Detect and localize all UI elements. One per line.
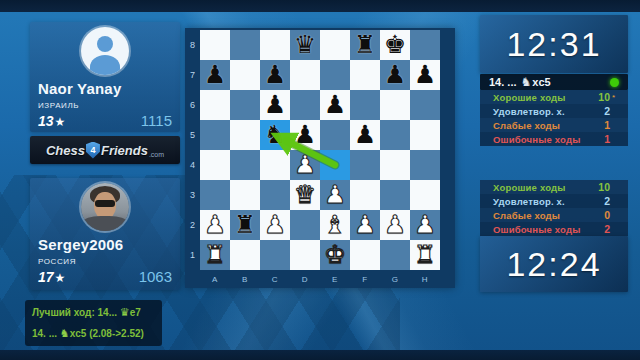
square-c8[interactable] xyxy=(260,30,290,60)
player-card-bottom: Sergey2006 РОССИЯ 17 ★ 1063 xyxy=(30,178,180,290)
square-f7[interactable] xyxy=(350,60,380,90)
square-b4[interactable] xyxy=(230,150,260,180)
player-name-top: Naor Yanay xyxy=(38,80,121,97)
square-d3[interactable]: ♛ xyxy=(290,180,320,210)
square-f4[interactable] xyxy=(350,150,380,180)
piece-white-pawn: ♟ xyxy=(354,210,376,240)
clock-panel-top: 12:31 xyxy=(480,15,628,73)
asterisk-mark: * xyxy=(612,93,618,102)
top-bar xyxy=(0,0,640,12)
logo-word-chess: Chess xyxy=(46,143,85,158)
piece-white-bishop: ♝ xyxy=(324,210,346,240)
square-f8[interactable]: ♜ xyxy=(350,30,380,60)
stat-row-mistakes: Ошибочные ходы2 xyxy=(480,222,628,236)
piece-white-rook: ♜ xyxy=(414,240,436,270)
square-h3[interactable] xyxy=(410,180,440,210)
square-a5[interactable] xyxy=(200,120,230,150)
square-d8[interactable]: ♛ xyxy=(290,30,320,60)
avatar-silhouette-body xyxy=(90,55,120,75)
piece-black-pawn: ♟ xyxy=(294,120,316,150)
rank-label-5: 5 xyxy=(185,120,200,150)
star-icon: ★ xyxy=(55,271,66,285)
shield-icon: 4 xyxy=(86,142,100,159)
piece-black-pawn: ♟ xyxy=(384,60,406,90)
logo-suffix: .com xyxy=(149,151,164,158)
rank-label-7: 7 xyxy=(185,60,200,90)
square-a1[interactable]: ♜ xyxy=(200,240,230,270)
avatar-top-player[interactable] xyxy=(81,27,129,75)
rank-label-6: 6 xyxy=(185,90,200,120)
square-h6[interactable] xyxy=(410,90,440,120)
square-a7[interactable]: ♟ xyxy=(200,60,230,90)
chess-board: 87654321 ♛♜♚♟♟♟♟♟♟♞♟♟♟♛♟♟♜♟♝♟♟♟♜♚♜ ABCDE… xyxy=(185,28,455,288)
star-icon: ★ xyxy=(55,115,66,129)
piece-white-rook: ♜ xyxy=(204,240,226,270)
square-g5[interactable] xyxy=(380,120,410,150)
square-e6[interactable]: ♟ xyxy=(320,90,350,120)
player-level-top: 13 xyxy=(38,113,54,129)
player-rating-bottom: 1063 xyxy=(139,268,172,285)
player-level-bottom: 17 xyxy=(38,269,54,285)
square-d1[interactable] xyxy=(290,240,320,270)
file-label-b: B xyxy=(230,272,260,286)
square-a4[interactable] xyxy=(200,150,230,180)
piece-white-pawn: ♟ xyxy=(324,180,346,210)
square-h4[interactable] xyxy=(410,150,440,180)
logo-word-friends: Friends xyxy=(101,143,148,158)
square-a3[interactable] xyxy=(200,180,230,210)
piece-black-pawn: ♟ xyxy=(354,120,376,150)
square-g3[interactable] xyxy=(380,180,410,210)
analysis-panel: Лучший ход: 14... ♛e7 14. ... ♞xc5 (2.08… xyxy=(25,300,162,346)
square-e5[interactable] xyxy=(320,120,350,150)
piece-black-pawn: ♟ xyxy=(414,60,436,90)
stats-panel-bottom: Хорошие ходы10 Удовлетвор. х.2 Слабые хо… xyxy=(480,180,628,236)
file-label-c: C xyxy=(260,272,290,286)
rank-label-1: 1 xyxy=(185,240,200,270)
rank-label-2: 2 xyxy=(185,210,200,240)
rank-label-8: 8 xyxy=(185,30,200,60)
square-h8[interactable] xyxy=(410,30,440,60)
square-e2[interactable]: ♝ xyxy=(320,210,350,240)
square-f2[interactable]: ♟ xyxy=(350,210,380,240)
file-labels: ABCDEFGH xyxy=(200,272,440,286)
player-name-bottom: Sergey2006 xyxy=(38,236,123,253)
square-b7[interactable] xyxy=(230,60,260,90)
stat-row-satisfactory: Удовлетвор. х.2 xyxy=(480,104,628,118)
piece-black-rook: ♜ xyxy=(354,30,376,60)
square-b5[interactable] xyxy=(230,120,260,150)
piece-black-queen: ♛ xyxy=(294,30,316,60)
square-f3[interactable] xyxy=(350,180,380,210)
piece-black-pawn: ♟ xyxy=(204,60,226,90)
square-b1[interactable] xyxy=(230,240,260,270)
square-g6[interactable] xyxy=(380,90,410,120)
piece-black-knight: ♞ xyxy=(264,120,286,150)
piece-white-pawn: ♟ xyxy=(384,210,406,240)
square-e7[interactable] xyxy=(320,60,350,90)
square-c3[interactable] xyxy=(260,180,290,210)
stat-row-good: Хорошие ходы10 xyxy=(480,180,628,194)
piece-white-pawn: ♟ xyxy=(414,210,436,240)
file-label-h: H xyxy=(410,272,440,286)
chessfriends-logo[interactable]: Chess 4 Friends .com xyxy=(30,136,180,164)
square-g2[interactable]: ♟ xyxy=(380,210,410,240)
stats-panel-top: Хорошие ходы10* Удовлетвор. х.2 Слабые х… xyxy=(480,90,628,146)
clock-panel-bottom: 12:24 xyxy=(480,236,628,292)
player-card-top: Naor Yanay ИЗРАИЛЬ 13 ★ 1115 xyxy=(30,22,180,132)
piece-black-king: ♚ xyxy=(384,30,406,60)
knight-icon: ♞ xyxy=(60,327,70,340)
piece-white-pawn: ♟ xyxy=(264,210,286,240)
square-d7[interactable] xyxy=(290,60,320,90)
square-g8[interactable]: ♚ xyxy=(380,30,410,60)
square-e4[interactable] xyxy=(320,150,350,180)
square-h1[interactable]: ♜ xyxy=(410,240,440,270)
stat-row-good: Хорошие ходы10* xyxy=(480,90,628,104)
piece-white-pawn: ♟ xyxy=(294,150,316,180)
rank-label-3: 3 xyxy=(185,180,200,210)
square-c2[interactable]: ♟ xyxy=(260,210,290,240)
player-country-top: ИЗРАИЛЬ xyxy=(38,101,79,110)
square-e8[interactable] xyxy=(320,30,350,60)
square-b3[interactable] xyxy=(230,180,260,210)
stat-row-satisfactory: Удовлетвор. х.2 xyxy=(480,194,628,208)
square-d4[interactable]: ♟ xyxy=(290,150,320,180)
square-g7[interactable]: ♟ xyxy=(380,60,410,90)
avatar-bottom-player[interactable] xyxy=(81,183,129,231)
bottom-bar xyxy=(0,350,640,360)
file-label-a: A xyxy=(200,272,230,286)
sunglasses-icon xyxy=(95,200,115,207)
last-move-row: 14. ... ♞ xc5 xyxy=(480,74,628,90)
square-h7[interactable]: ♟ xyxy=(410,60,440,90)
square-f1[interactable] xyxy=(350,240,380,270)
rank-label-4: 4 xyxy=(185,150,200,180)
clock-top: 12:31 xyxy=(506,25,601,64)
move-number: 14. ... xyxy=(489,76,520,88)
board-squares: ♛♜♚♟♟♟♟♟♟♞♟♟♟♛♟♟♜♟♝♟♟♟♜♚♜ xyxy=(200,30,440,270)
square-f6[interactable] xyxy=(350,90,380,120)
square-d2[interactable] xyxy=(290,210,320,240)
square-d5[interactable]: ♟ xyxy=(290,120,320,150)
knight-icon: ♞ xyxy=(521,75,532,89)
square-g4[interactable] xyxy=(380,150,410,180)
stat-row-weak: Слабые ходы0 xyxy=(480,208,628,222)
file-label-f: F xyxy=(350,272,380,286)
square-e1[interactable]: ♚ xyxy=(320,240,350,270)
square-c6[interactable]: ♟ xyxy=(260,90,290,120)
piece-black-pawn: ♟ xyxy=(264,60,286,90)
piece-white-queen: ♛ xyxy=(294,180,316,210)
player-rating-top: 1115 xyxy=(141,112,172,129)
avatar-photo-body xyxy=(83,216,127,231)
piece-black-rook: ♜ xyxy=(234,210,256,240)
online-status-dot xyxy=(610,78,619,87)
square-c5[interactable]: ♞ xyxy=(260,120,290,150)
queen-icon: ♛ xyxy=(120,306,130,319)
move-target: xc5 xyxy=(532,76,550,88)
square-c7[interactable]: ♟ xyxy=(260,60,290,90)
avatar-silhouette-head xyxy=(97,36,113,52)
square-b2[interactable]: ♜ xyxy=(230,210,260,240)
stat-row-weak: Слабые ходы1 xyxy=(480,118,628,132)
square-g1[interactable] xyxy=(380,240,410,270)
piece-black-pawn: ♟ xyxy=(324,90,346,120)
piece-white-king: ♚ xyxy=(324,240,346,270)
square-c1[interactable] xyxy=(260,240,290,270)
square-a2[interactable]: ♟ xyxy=(200,210,230,240)
square-d6[interactable] xyxy=(290,90,320,120)
square-h5[interactable] xyxy=(410,120,440,150)
rank-labels: 87654321 xyxy=(185,30,200,270)
best-move-line: Лучший ход: 14... ♛e7 xyxy=(32,306,155,319)
square-a6[interactable] xyxy=(200,90,230,120)
square-f5[interactable]: ♟ xyxy=(350,120,380,150)
square-b8[interactable] xyxy=(230,30,260,60)
square-a8[interactable] xyxy=(200,30,230,60)
player-country-bottom: РОССИЯ xyxy=(38,257,76,266)
file-label-d: D xyxy=(290,272,320,286)
square-e3[interactable]: ♟ xyxy=(320,180,350,210)
file-label-e: E xyxy=(320,272,350,286)
square-h2[interactable]: ♟ xyxy=(410,210,440,240)
file-label-g: G xyxy=(380,272,410,286)
clock-bottom: 12:24 xyxy=(506,245,601,284)
square-b6[interactable] xyxy=(230,90,260,120)
played-move-line: 14. ... ♞xc5 (2.08->2.52) xyxy=(32,327,155,340)
piece-white-pawn: ♟ xyxy=(204,210,226,240)
stat-row-mistakes: Ошибочные ходы1 xyxy=(480,132,628,146)
piece-black-pawn: ♟ xyxy=(264,90,286,120)
square-c4[interactable] xyxy=(260,150,290,180)
